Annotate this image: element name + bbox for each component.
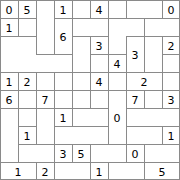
- cell-r10c5[interactable]: [72, 162, 90, 180]
- cell-r6c6[interactable]: [90, 90, 108, 108]
- cell-r8c6[interactable]: [90, 126, 108, 144]
- cell-r7c3[interactable]: [36, 108, 54, 126]
- clue-region-56: 5: [78, 148, 85, 159]
- cell-r3c3[interactable]: [36, 36, 54, 54]
- clue-region-26: 2: [24, 76, 31, 87]
- cell-r4c4[interactable]: [54, 54, 72, 72]
- cell-r2c3[interactable]: [36, 18, 54, 36]
- cell-r3c9[interactable]: [144, 36, 162, 54]
- cell-r2c5[interactable]: [72, 18, 90, 36]
- cell-r1c3[interactable]: [36, 0, 54, 18]
- cell-r9c9[interactable]: [144, 144, 162, 162]
- cell-r9c3[interactable]: [36, 144, 54, 162]
- clue-region-2: 5: [24, 4, 31, 15]
- cell-r4c1[interactable]: [0, 54, 18, 72]
- cell-r8c7[interactable]: [108, 126, 126, 144]
- cell-r7c8[interactable]: [126, 108, 144, 126]
- clue-region-34: 6: [6, 94, 13, 105]
- cell-r10c8[interactable]: [126, 162, 144, 180]
- cell-r9c2[interactable]: [18, 144, 36, 162]
- cell-r6c2[interactable]: [18, 90, 36, 108]
- clue-region-16: 3: [96, 40, 103, 51]
- cell-r9c1[interactable]: [0, 144, 18, 162]
- clue-region-50: 1: [24, 130, 31, 141]
- cell-r8c5[interactable]: [72, 126, 90, 144]
- clue-region-10: 1: [6, 22, 13, 33]
- cell-r2c2[interactable]: [18, 18, 36, 36]
- cell-r8c9[interactable]: [144, 126, 162, 144]
- cell-r2c9[interactable]: [144, 18, 162, 36]
- clue-region-47: 1: [60, 112, 67, 123]
- cell-r8c4[interactable]: [54, 126, 72, 144]
- cell-r6c4[interactable]: [54, 90, 72, 108]
- cell-r1c9[interactable]: [144, 0, 162, 18]
- cell-r2c8[interactable]: [126, 18, 144, 36]
- cell-r4c10[interactable]: [162, 54, 180, 72]
- clue-region-1: 0: [6, 4, 13, 15]
- clue-region-19: 2: [168, 40, 175, 51]
- puzzle-board[interactable]: 051401633241242677310113501215: [0, 0, 180, 180]
- clue-region-43: 3: [168, 94, 175, 105]
- cell-r5c4[interactable]: [54, 72, 72, 90]
- clue-region-65: 5: [159, 166, 166, 177]
- clue-region-55: 3: [60, 148, 67, 159]
- cell-r6c9[interactable]: [144, 90, 162, 108]
- clue-region-63: 1: [96, 166, 103, 177]
- cell-r4c2[interactable]: [18, 54, 36, 72]
- cell-r5c10[interactable]: [162, 72, 180, 90]
- clue-region-30: 4: [96, 76, 103, 87]
- cell-r7c6[interactable]: [90, 108, 108, 126]
- cell-r10c4[interactable]: [54, 162, 72, 180]
- clue-region-9: 0: [168, 4, 175, 15]
- clue-region-41: 7: [132, 94, 139, 105]
- clue-region-17: 3: [132, 49, 139, 60]
- cell-r8c1[interactable]: [0, 126, 18, 144]
- cell-r5c5[interactable]: [72, 72, 90, 90]
- cell-r6c5[interactable]: [72, 90, 90, 108]
- cell-r1c7[interactable]: [108, 0, 126, 18]
- cell-r5c3[interactable]: [36, 72, 54, 90]
- cell-r3c5[interactable]: [72, 36, 90, 54]
- cell-r2c7[interactable]: [108, 18, 126, 36]
- clue-region-25: 1: [6, 76, 13, 87]
- cell-r7c1[interactable]: [0, 108, 18, 126]
- cell-r9c10[interactable]: [162, 144, 180, 162]
- cell-r7c2[interactable]: [18, 108, 36, 126]
- clue-region-23: 4: [114, 58, 121, 69]
- cell-r1c8[interactable]: [126, 0, 144, 18]
- clue-region-6: 4: [96, 4, 103, 15]
- cell-r4c6[interactable]: [90, 54, 108, 72]
- cell-r3c7[interactable]: [108, 36, 126, 54]
- cell-r8c3[interactable]: [36, 126, 54, 144]
- cell-r7c10[interactable]: [162, 108, 180, 126]
- clue-region-53: 1: [168, 130, 175, 141]
- cell-r2c6[interactable]: [90, 18, 108, 36]
- clue-region-32: 2: [141, 76, 148, 87]
- cell-r5c7[interactable]: [108, 72, 126, 90]
- cell-r2c10[interactable]: [162, 18, 180, 36]
- clue-region-36: 7: [42, 94, 49, 105]
- clue-region-61: 2: [42, 166, 49, 177]
- cell-r7c5[interactable]: [72, 108, 90, 126]
- cell-r10c7[interactable]: [108, 162, 126, 180]
- clue-region-60: 1: [15, 166, 22, 177]
- clue-region-4: 1: [60, 4, 67, 15]
- cell-r1c5[interactable]: [72, 0, 90, 18]
- cell-r9c6[interactable]: [90, 144, 108, 162]
- cell-r3c2[interactable]: [18, 36, 36, 54]
- cell-r8c8[interactable]: [126, 126, 144, 144]
- cell-r4c9[interactable]: [144, 54, 162, 72]
- clue-region-40: 0: [114, 112, 121, 123]
- cell-r9c7[interactable]: [108, 144, 126, 162]
- clue-region-58: 0: [132, 148, 139, 159]
- clue-region-12: 6: [60, 31, 67, 42]
- cell-r6c7[interactable]: [108, 90, 126, 108]
- cell-r7c9[interactable]: [144, 108, 162, 126]
- cell-r4c5[interactable]: [72, 54, 90, 72]
- cell-r4c3[interactable]: [36, 54, 54, 72]
- cell-r3c1[interactable]: [0, 36, 18, 54]
